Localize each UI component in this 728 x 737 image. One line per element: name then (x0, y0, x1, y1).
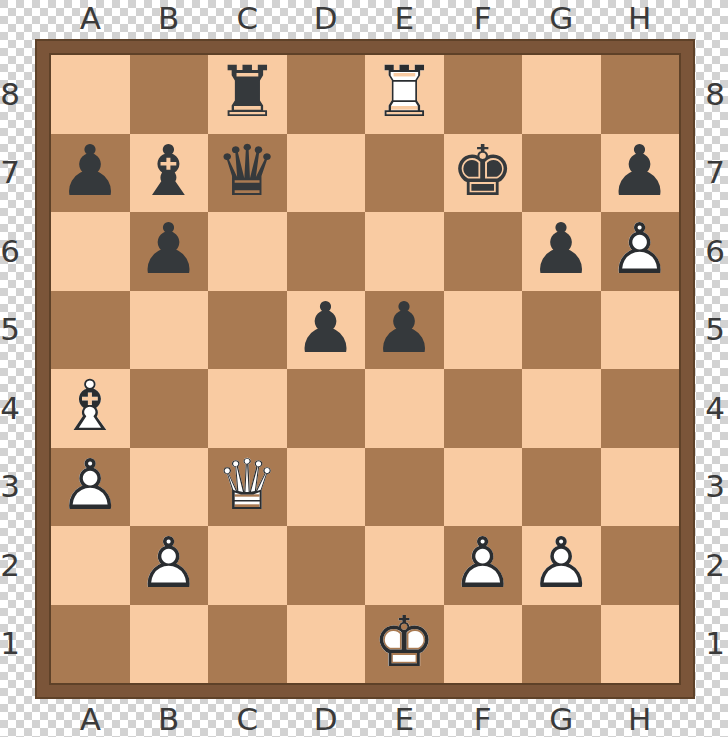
square-b8[interactable] (130, 55, 209, 134)
white-rook[interactable]: ♜♖ (365, 55, 444, 134)
white-bishop[interactable]: ♝♗ (51, 369, 130, 448)
square-c4[interactable] (208, 369, 287, 448)
piece-fill-glyph: ♟ (51, 132, 130, 211)
rank-labels-right: 87654321 (702, 55, 728, 683)
square-a8[interactable] (51, 55, 130, 134)
square-c2[interactable] (208, 526, 287, 605)
square-b4[interactable] (130, 369, 209, 448)
file-labels-bottom: ABCDEFGH (51, 701, 679, 737)
square-d1[interactable] (287, 605, 366, 684)
rank-label-right-3: 3 (702, 448, 728, 527)
square-g1[interactable] (522, 605, 601, 684)
piece-fill-glyph: ♟ (365, 289, 444, 368)
square-g6[interactable]: ♟ (522, 212, 601, 291)
white-king[interactable]: ♚♔ (365, 605, 444, 684)
piece-outline-glyph: ♙ (51, 446, 130, 525)
square-h3[interactable] (601, 448, 680, 527)
square-a7[interactable]: ♟ (51, 134, 130, 213)
rank-label-right-1: 1 (702, 605, 728, 684)
square-e5[interactable]: ♟ (365, 291, 444, 370)
square-d4[interactable] (287, 369, 366, 448)
black-pawn[interactable]: ♟ (365, 291, 444, 370)
square-d2[interactable] (287, 526, 366, 605)
white-queen[interactable]: ♛♕ (208, 448, 287, 527)
file-label-bottom-f: F (444, 701, 523, 737)
piece-outline-glyph: ♔ (365, 603, 444, 682)
rank-label-right-8: 8 (702, 55, 728, 134)
square-c6[interactable] (208, 212, 287, 291)
square-h2[interactable] (601, 526, 680, 605)
file-label-bottom-a: A (51, 701, 130, 737)
file-label-bottom-b: B (130, 701, 209, 737)
square-g7[interactable] (522, 134, 601, 213)
square-d6[interactable] (287, 212, 366, 291)
rank-label-left-8: 8 (0, 55, 20, 134)
rank-label-right-2: 2 (702, 526, 728, 605)
rank-label-right-6: 6 (702, 212, 728, 291)
file-label-bottom-c: C (208, 701, 287, 737)
chess-diagram: ABCDEFGH 87654321 87654321 ♜♜♖♟♝♛♚♟♟♟♟♙♟… (0, 0, 728, 737)
black-bishop[interactable]: ♝ (130, 134, 209, 213)
square-e8[interactable]: ♜♖ (365, 55, 444, 134)
black-pawn[interactable]: ♟ (522, 212, 601, 291)
square-g3[interactable] (522, 448, 601, 527)
square-b1[interactable] (130, 605, 209, 684)
square-d5[interactable]: ♟ (287, 291, 366, 370)
piece-fill-glyph: ♝ (130, 132, 209, 211)
square-d7[interactable] (287, 134, 366, 213)
black-rook[interactable]: ♜ (208, 55, 287, 134)
piece-fill-glyph: ♜ (208, 53, 287, 132)
rank-label-left-1: 1 (0, 605, 20, 684)
square-e2[interactable] (365, 526, 444, 605)
square-f5[interactable] (444, 291, 523, 370)
rank-label-left-2: 2 (0, 526, 20, 605)
black-pawn[interactable]: ♟ (601, 134, 680, 213)
square-b5[interactable] (130, 291, 209, 370)
file-label-bottom-h: H (601, 701, 680, 737)
piece-outline-glyph: ♙ (522, 524, 601, 603)
piece-fill-glyph: ♟ (601, 132, 680, 211)
rank-label-left-5: 5 (0, 291, 20, 370)
square-b3[interactable] (130, 448, 209, 527)
square-h4[interactable] (601, 369, 680, 448)
square-b2[interactable]: ♟♙ (130, 526, 209, 605)
square-c3[interactable]: ♛♕ (208, 448, 287, 527)
square-f1[interactable] (444, 605, 523, 684)
square-f8[interactable] (444, 55, 523, 134)
file-label-top-g: G (522, 0, 601, 36)
piece-outline-glyph: ♙ (601, 210, 680, 289)
white-pawn[interactable]: ♟♙ (444, 526, 523, 605)
board-grid: ♜♜♖♟♝♛♚♟♟♟♟♙♟♟♝♗♟♙♛♕♟♙♟♙♟♙♚♔ (51, 55, 679, 683)
rank-label-right-7: 7 (702, 134, 728, 213)
square-g2[interactable]: ♟♙ (522, 526, 601, 605)
black-pawn[interactable]: ♟ (51, 134, 130, 213)
rank-label-left-4: 4 (0, 369, 20, 448)
square-a6[interactable] (51, 212, 130, 291)
square-f7[interactable]: ♚ (444, 134, 523, 213)
piece-outline-glyph: ♗ (51, 367, 130, 446)
square-e4[interactable] (365, 369, 444, 448)
black-king[interactable]: ♚ (444, 134, 523, 213)
black-pawn[interactable]: ♟ (130, 212, 209, 291)
square-c1[interactable] (208, 605, 287, 684)
piece-outline-glyph: ♖ (365, 53, 444, 132)
square-f6[interactable] (444, 212, 523, 291)
file-label-top-h: H (601, 0, 680, 36)
square-e3[interactable] (365, 448, 444, 527)
white-pawn[interactable]: ♟♙ (51, 448, 130, 527)
white-pawn[interactable]: ♟♙ (130, 526, 209, 605)
square-e1[interactable]: ♚♔ (365, 605, 444, 684)
file-label-top-b: B (130, 0, 209, 36)
black-pawn[interactable]: ♟ (287, 291, 366, 370)
square-f3[interactable] (444, 448, 523, 527)
chess-board: ♜♜♖♟♝♛♚♟♟♟♟♙♟♟♝♗♟♙♛♕♟♙♟♙♟♙♚♔ (37, 41, 693, 697)
piece-outline-glyph: ♙ (444, 524, 523, 603)
piece-outline-glyph: ♕ (208, 446, 287, 525)
square-f4[interactable] (444, 369, 523, 448)
file-label-top-d: D (287, 0, 366, 36)
file-label-top-a: A (51, 0, 130, 36)
square-b7[interactable]: ♝ (130, 134, 209, 213)
square-a1[interactable] (51, 605, 130, 684)
square-g4[interactable] (522, 369, 601, 448)
rank-label-left-3: 3 (0, 448, 20, 527)
piece-fill-glyph: ♟ (287, 289, 366, 368)
rank-labels-left: 87654321 (0, 55, 20, 683)
square-h8[interactable] (601, 55, 680, 134)
file-labels-top: ABCDEFGH (51, 0, 679, 36)
file-label-top-c: C (208, 0, 287, 36)
piece-fill-glyph: ♚ (444, 132, 523, 211)
rank-label-right-4: 4 (702, 369, 728, 448)
white-pawn[interactable]: ♟♙ (601, 212, 680, 291)
square-e6[interactable] (365, 212, 444, 291)
rank-label-left-7: 7 (0, 134, 20, 213)
file-label-bottom-d: D (287, 701, 366, 737)
square-h5[interactable] (601, 291, 680, 370)
square-a5[interactable] (51, 291, 130, 370)
square-h7[interactable]: ♟ (601, 134, 680, 213)
black-queen[interactable]: ♛ (208, 134, 287, 213)
file-label-top-e: E (365, 0, 444, 36)
square-h6[interactable]: ♟♙ (601, 212, 680, 291)
rank-label-left-6: 6 (0, 212, 20, 291)
piece-outline-glyph: ♙ (130, 524, 209, 603)
piece-fill-glyph: ♟ (522, 210, 601, 289)
file-label-bottom-e: E (365, 701, 444, 737)
square-f2[interactable]: ♟♙ (444, 526, 523, 605)
square-a2[interactable] (51, 526, 130, 605)
square-g5[interactable] (522, 291, 601, 370)
piece-fill-glyph: ♟ (130, 210, 209, 289)
white-pawn[interactable]: ♟♙ (522, 526, 601, 605)
square-c5[interactable] (208, 291, 287, 370)
file-label-bottom-g: G (522, 701, 601, 737)
square-e7[interactable] (365, 134, 444, 213)
square-a3[interactable]: ♟♙ (51, 448, 130, 527)
square-c7[interactable]: ♛ (208, 134, 287, 213)
square-c8[interactable]: ♜ (208, 55, 287, 134)
square-d8[interactable] (287, 55, 366, 134)
square-g8[interactable] (522, 55, 601, 134)
square-d3[interactable] (287, 448, 366, 527)
square-h1[interactable] (601, 605, 680, 684)
square-a4[interactable]: ♝♗ (51, 369, 130, 448)
square-b6[interactable]: ♟ (130, 212, 209, 291)
rank-label-right-5: 5 (702, 291, 728, 370)
file-label-top-f: F (444, 0, 523, 36)
piece-fill-glyph: ♛ (208, 132, 287, 211)
